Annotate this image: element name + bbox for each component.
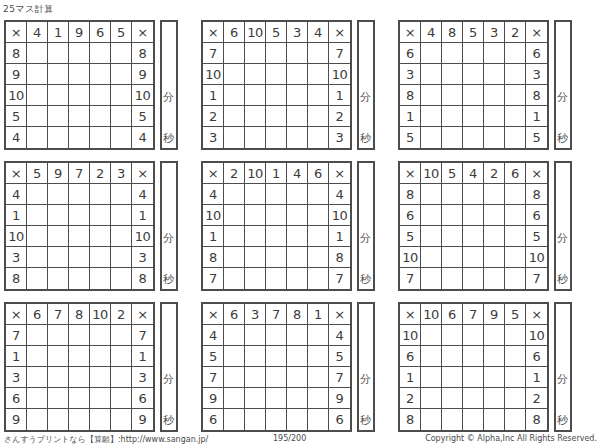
answer-cell[interactable]	[421, 268, 442, 289]
answer-cell[interactable]	[69, 127, 90, 148]
answer-cell[interactable]	[505, 346, 526, 367]
col-header-cell: 4	[421, 22, 442, 43]
answer-cell[interactable]	[27, 43, 48, 64]
answer-cell[interactable]	[505, 325, 526, 346]
answer-cell[interactable]	[111, 43, 132, 64]
answer-cell[interactable]	[90, 226, 111, 247]
col-header-cell: 7	[48, 304, 69, 325]
answer-cell[interactable]	[421, 346, 442, 367]
page-title: 25マス計算	[0, 0, 600, 20]
answer-cell[interactable]	[90, 85, 111, 106]
answer-cell[interactable]	[442, 409, 463, 430]
answer-cell[interactable]	[308, 388, 329, 409]
answer-cell[interactable]	[287, 346, 308, 367]
answer-cell[interactable]	[484, 388, 505, 409]
answer-cell[interactable]	[287, 64, 308, 85]
answer-cell[interactable]	[111, 127, 132, 148]
row-header-repeat-cell: 7	[329, 268, 350, 289]
answer-cell[interactable]	[287, 325, 308, 346]
answer-cell[interactable]	[505, 409, 526, 430]
row-header-repeat-cell: 9	[329, 388, 350, 409]
answer-cell[interactable]	[287, 205, 308, 226]
answer-cell[interactable]	[463, 43, 484, 64]
drill-block: ×41965×889910105544 分 秒	[4, 20, 178, 150]
answer-cell[interactable]	[27, 388, 48, 409]
answer-cell[interactable]	[48, 106, 69, 127]
answer-cell[interactable]	[308, 184, 329, 205]
answer-cell[interactable]	[463, 388, 484, 409]
row-header-repeat-cell: 1	[329, 85, 350, 106]
row-header-repeat-cell: 2	[526, 388, 547, 409]
footer-site-credit: さんすうプリントなら【算願】:http://www.sangan.jp/	[4, 434, 208, 445]
row-header-repeat-cell: 9	[132, 409, 153, 430]
answer-cell[interactable]	[69, 64, 90, 85]
row-header-repeat-cell: 6	[526, 346, 547, 367]
answer-cell[interactable]	[308, 226, 329, 247]
answer-cell[interactable]	[442, 247, 463, 268]
answer-cell[interactable]	[266, 409, 287, 430]
operator-cell: ×	[400, 304, 421, 325]
answer-cell[interactable]	[111, 268, 132, 289]
answer-cell[interactable]	[27, 409, 48, 430]
drill-block: ×610534×771010112233 分 秒	[201, 20, 375, 150]
answer-cell[interactable]	[111, 64, 132, 85]
drill-block: ×48532×6633881155 分 秒	[398, 20, 572, 150]
answer-cell[interactable]	[266, 346, 287, 367]
answer-cell[interactable]	[224, 226, 245, 247]
col-header-cell: 10	[245, 163, 266, 184]
answer-cell[interactable]	[484, 85, 505, 106]
answer-cell[interactable]	[27, 346, 48, 367]
answer-cell[interactable]	[442, 106, 463, 127]
answer-cell[interactable]	[484, 346, 505, 367]
col-header-cell: 4	[308, 22, 329, 43]
answer-cell[interactable]	[505, 106, 526, 127]
answer-cell[interactable]	[421, 85, 442, 106]
answer-cell[interactable]	[505, 64, 526, 85]
answer-cell[interactable]	[308, 106, 329, 127]
time-box[interactable]: 分 秒	[160, 161, 178, 291]
answer-cell[interactable]	[224, 106, 245, 127]
answer-cell[interactable]	[266, 184, 287, 205]
answer-cell[interactable]	[484, 409, 505, 430]
answer-cell[interactable]	[463, 346, 484, 367]
answer-cell[interactable]	[48, 346, 69, 367]
answer-cell[interactable]	[111, 205, 132, 226]
answer-cell[interactable]	[308, 409, 329, 430]
answer-cell[interactable]	[90, 43, 111, 64]
answer-cell[interactable]	[442, 367, 463, 388]
answer-cell[interactable]	[421, 43, 442, 64]
answer-cell[interactable]	[266, 43, 287, 64]
answer-cell[interactable]	[421, 247, 442, 268]
answer-cell[interactable]	[245, 388, 266, 409]
answer-cell[interactable]	[245, 127, 266, 148]
answer-cell[interactable]	[48, 85, 69, 106]
answer-cell[interactable]	[308, 367, 329, 388]
row-header-repeat-cell: 3	[132, 367, 153, 388]
answer-cell[interactable]	[224, 43, 245, 64]
answer-cell[interactable]	[27, 184, 48, 205]
answer-cell[interactable]	[505, 367, 526, 388]
row-header-cell: 1	[203, 85, 224, 106]
answer-cell[interactable]	[463, 367, 484, 388]
time-box[interactable]: 分 秒	[160, 302, 178, 432]
answer-cell[interactable]	[224, 205, 245, 226]
answer-cell[interactable]	[287, 247, 308, 268]
answer-cell[interactable]	[27, 247, 48, 268]
page-footer: さんすうプリントなら【算願】:http://www.sangan.jp/ 195…	[0, 434, 600, 445]
answer-cell[interactable]	[484, 184, 505, 205]
answer-cell[interactable]	[287, 268, 308, 289]
answer-cell[interactable]	[224, 346, 245, 367]
answer-cell[interactable]	[224, 409, 245, 430]
answer-cell[interactable]	[505, 268, 526, 289]
seconds-label: 秒	[163, 131, 174, 146]
seconds-label: 秒	[557, 131, 568, 146]
answer-cell[interactable]	[48, 388, 69, 409]
answer-cell[interactable]	[27, 226, 48, 247]
answer-cell[interactable]	[27, 127, 48, 148]
row-header-cell: 7	[6, 325, 27, 346]
answer-cell[interactable]	[69, 205, 90, 226]
row-header-repeat-cell: 10	[526, 247, 547, 268]
multiplication-grid: ×106795×101066112288	[398, 302, 549, 432]
answer-cell[interactable]	[287, 367, 308, 388]
row-header-cell: 2	[203, 106, 224, 127]
answer-cell[interactable]	[224, 268, 245, 289]
answer-cell[interactable]	[308, 325, 329, 346]
answer-cell[interactable]	[48, 226, 69, 247]
answer-cell[interactable]	[484, 106, 505, 127]
answer-cell[interactable]	[245, 346, 266, 367]
answer-cell[interactable]	[224, 184, 245, 205]
answer-cell[interactable]	[27, 106, 48, 127]
col-header-cell: 5	[111, 22, 132, 43]
answer-cell[interactable]	[90, 346, 111, 367]
row-header-cell: 8	[400, 409, 421, 430]
row-header-cell: 4	[6, 127, 27, 148]
multiplication-grid: ×48532×6633881155	[398, 20, 549, 150]
row-header-repeat-cell: 7	[132, 325, 153, 346]
answer-cell[interactable]	[266, 205, 287, 226]
answer-cell[interactable]	[48, 367, 69, 388]
answer-cell[interactable]	[245, 268, 266, 289]
answer-cell[interactable]	[48, 127, 69, 148]
row-header-cell: 6	[203, 409, 224, 430]
answer-cell[interactable]	[484, 205, 505, 226]
answer-cell[interactable]	[442, 346, 463, 367]
col-header-cell: 3	[484, 22, 505, 43]
operator-cell: ×	[132, 22, 153, 43]
row-header-repeat-cell: 7	[526, 268, 547, 289]
row-header-cell: 4	[203, 184, 224, 205]
answer-cell[interactable]	[111, 346, 132, 367]
answer-cell[interactable]	[505, 127, 526, 148]
answer-cell[interactable]	[111, 409, 132, 430]
answer-cell[interactable]	[27, 367, 48, 388]
answer-cell[interactable]	[287, 106, 308, 127]
answer-cell[interactable]	[442, 184, 463, 205]
answer-cell[interactable]	[90, 127, 111, 148]
answer-cell[interactable]	[484, 247, 505, 268]
answer-cell[interactable]	[484, 127, 505, 148]
answer-cell[interactable]	[90, 268, 111, 289]
answer-cell[interactable]	[266, 85, 287, 106]
answer-cell[interactable]	[90, 409, 111, 430]
answer-cell[interactable]	[48, 268, 69, 289]
answer-cell[interactable]	[287, 43, 308, 64]
answer-cell[interactable]	[463, 127, 484, 148]
answer-cell[interactable]	[224, 85, 245, 106]
row-header-repeat-cell: 10	[526, 325, 547, 346]
row-header-repeat-cell: 1	[132, 205, 153, 226]
time-box[interactable]: 分 秒	[357, 20, 375, 150]
answer-cell[interactable]	[111, 85, 132, 106]
answer-cell[interactable]	[505, 85, 526, 106]
answer-cell[interactable]	[111, 325, 132, 346]
answer-cell[interactable]	[245, 85, 266, 106]
answer-cell[interactable]	[308, 205, 329, 226]
col-header-cell: 4	[27, 22, 48, 43]
answer-cell[interactable]	[421, 367, 442, 388]
drill-block: ×105426×886655101077 分 秒	[398, 161, 572, 291]
time-box[interactable]: 分 秒	[160, 20, 178, 150]
answer-cell[interactable]	[90, 64, 111, 85]
answer-cell[interactable]	[308, 64, 329, 85]
answer-cell[interactable]	[245, 325, 266, 346]
answer-cell[interactable]	[421, 184, 442, 205]
answer-cell[interactable]	[90, 325, 111, 346]
answer-cell[interactable]	[287, 388, 308, 409]
answer-cell[interactable]	[442, 325, 463, 346]
answer-cell[interactable]	[48, 184, 69, 205]
answer-cell[interactable]	[484, 226, 505, 247]
answer-cell[interactable]	[111, 184, 132, 205]
row-header-repeat-cell: 8	[132, 43, 153, 64]
answer-cell[interactable]	[266, 268, 287, 289]
answer-cell[interactable]	[245, 247, 266, 268]
answer-cell[interactable]	[308, 346, 329, 367]
answer-cell[interactable]	[111, 388, 132, 409]
answer-cell[interactable]	[69, 247, 90, 268]
answer-cell[interactable]	[505, 43, 526, 64]
answer-cell[interactable]	[111, 367, 132, 388]
answer-cell[interactable]	[48, 409, 69, 430]
answer-cell[interactable]	[111, 247, 132, 268]
answer-cell[interactable]	[27, 325, 48, 346]
answer-cell[interactable]	[90, 106, 111, 127]
answer-cell[interactable]	[421, 226, 442, 247]
answer-cell[interactable]	[484, 325, 505, 346]
answer-cell[interactable]	[69, 409, 90, 430]
drill-block: ×210146×441010118877 分 秒	[201, 161, 375, 291]
answer-cell[interactable]	[442, 64, 463, 85]
answer-cell[interactable]	[463, 268, 484, 289]
answer-cell[interactable]	[287, 226, 308, 247]
row-header-cell: 3	[6, 247, 27, 268]
answer-cell[interactable]	[27, 85, 48, 106]
answer-cell[interactable]	[308, 247, 329, 268]
row-header-cell: 3	[203, 127, 224, 148]
answer-cell[interactable]	[463, 106, 484, 127]
answer-cell[interactable]	[69, 367, 90, 388]
answer-cell[interactable]	[90, 247, 111, 268]
drill-block: ×106795×101066112288 分 秒	[398, 302, 572, 432]
answer-cell[interactable]	[442, 226, 463, 247]
answer-cell[interactable]	[224, 367, 245, 388]
answer-cell[interactable]	[245, 43, 266, 64]
answer-cell[interactable]	[505, 205, 526, 226]
answer-cell[interactable]	[421, 325, 442, 346]
answer-cell[interactable]	[48, 205, 69, 226]
answer-cell[interactable]	[484, 64, 505, 85]
answer-cell[interactable]	[442, 268, 463, 289]
answer-cell[interactable]	[266, 127, 287, 148]
operator-cell: ×	[400, 163, 421, 184]
answer-cell[interactable]	[69, 43, 90, 64]
row-header-cell: 10	[6, 85, 27, 106]
answer-cell[interactable]	[421, 205, 442, 226]
col-header-cell: 1	[266, 163, 287, 184]
answer-cell[interactable]	[463, 325, 484, 346]
row-header-cell: 10	[6, 226, 27, 247]
answer-cell[interactable]	[69, 388, 90, 409]
col-header-cell: 10	[421, 163, 442, 184]
answer-cell[interactable]	[245, 205, 266, 226]
answer-cell[interactable]	[48, 325, 69, 346]
answer-cell[interactable]	[421, 127, 442, 148]
answer-cell[interactable]	[224, 247, 245, 268]
col-header-cell: 6	[27, 304, 48, 325]
answer-cell[interactable]	[69, 346, 90, 367]
answer-cell[interactable]	[245, 184, 266, 205]
answer-cell[interactable]	[224, 325, 245, 346]
answer-cell[interactable]	[111, 106, 132, 127]
minutes-label: 分	[557, 90, 568, 105]
seconds-label: 秒	[557, 413, 568, 428]
time-box[interactable]: 分 秒	[554, 161, 572, 291]
time-box[interactable]: 分 秒	[554, 20, 572, 150]
answer-cell[interactable]	[69, 85, 90, 106]
row-header-cell: 1	[400, 367, 421, 388]
answer-cell[interactable]	[421, 106, 442, 127]
time-box[interactable]: 分 秒	[357, 161, 375, 291]
col-header-cell: 3	[111, 163, 132, 184]
answer-cell[interactable]	[48, 43, 69, 64]
answer-cell[interactable]	[505, 184, 526, 205]
answer-cell[interactable]	[69, 226, 90, 247]
answer-cell[interactable]	[245, 226, 266, 247]
answer-cell[interactable]	[442, 127, 463, 148]
answer-cell[interactable]	[90, 205, 111, 226]
answer-cell[interactable]	[266, 367, 287, 388]
answer-cell[interactable]	[27, 205, 48, 226]
answer-cell[interactable]	[90, 367, 111, 388]
answer-cell[interactable]	[224, 388, 245, 409]
answer-cell[interactable]	[224, 64, 245, 85]
row-header-repeat-cell: 8	[526, 184, 547, 205]
answer-cell[interactable]	[421, 409, 442, 430]
col-header-cell: 9	[69, 22, 90, 43]
answer-cell[interactable]	[463, 184, 484, 205]
answer-cell[interactable]	[245, 367, 266, 388]
answer-cell[interactable]	[421, 388, 442, 409]
answer-cell[interactable]	[484, 43, 505, 64]
answer-cell[interactable]	[27, 268, 48, 289]
answer-cell[interactable]	[27, 64, 48, 85]
answer-cell[interactable]	[442, 85, 463, 106]
answer-cell[interactable]	[308, 268, 329, 289]
time-box[interactable]: 分 秒	[554, 302, 572, 432]
answer-cell[interactable]	[287, 409, 308, 430]
answer-cell[interactable]	[266, 106, 287, 127]
answer-cell[interactable]	[505, 388, 526, 409]
row-header-repeat-cell: 8	[526, 409, 547, 430]
answer-cell[interactable]	[308, 85, 329, 106]
answer-cell[interactable]	[245, 64, 266, 85]
answer-cell[interactable]	[287, 127, 308, 148]
answer-cell[interactable]	[463, 247, 484, 268]
footer-copyright: Copyright © Alpha,Inc All Rights Reserve…	[425, 434, 597, 443]
answer-cell[interactable]	[266, 388, 287, 409]
answer-cell[interactable]	[442, 205, 463, 226]
minutes-label: 分	[360, 231, 371, 246]
answer-cell[interactable]	[505, 247, 526, 268]
answer-cell[interactable]	[484, 367, 505, 388]
answer-cell[interactable]	[266, 247, 287, 268]
row-header-repeat-cell: 1	[526, 367, 547, 388]
answer-cell[interactable]	[69, 325, 90, 346]
answer-cell[interactable]	[308, 127, 329, 148]
answer-cell[interactable]	[90, 184, 111, 205]
answer-cell[interactable]	[69, 106, 90, 127]
col-header-cell: 2	[90, 163, 111, 184]
answer-cell[interactable]	[463, 205, 484, 226]
operator-cell: ×	[132, 304, 153, 325]
answer-cell[interactable]	[245, 409, 266, 430]
answer-cell[interactable]	[48, 247, 69, 268]
time-box[interactable]: 分 秒	[357, 302, 375, 432]
answer-cell[interactable]	[245, 106, 266, 127]
answer-cell[interactable]	[442, 43, 463, 64]
answer-cell[interactable]	[463, 409, 484, 430]
answer-cell[interactable]	[484, 268, 505, 289]
answer-cell[interactable]	[69, 184, 90, 205]
answer-cell[interactable]	[287, 85, 308, 106]
answer-cell[interactable]	[505, 226, 526, 247]
answer-cell[interactable]	[308, 43, 329, 64]
answer-cell[interactable]	[421, 64, 442, 85]
answer-cell[interactable]	[111, 226, 132, 247]
answer-cell[interactable]	[90, 388, 111, 409]
answer-cell[interactable]	[266, 226, 287, 247]
row-header-repeat-cell: 5	[526, 127, 547, 148]
operator-cell: ×	[329, 163, 350, 184]
answer-cell[interactable]	[266, 64, 287, 85]
answer-cell[interactable]	[463, 85, 484, 106]
answer-cell[interactable]	[69, 268, 90, 289]
answer-cell[interactable]	[463, 226, 484, 247]
multiplication-grid: ×63781×4455779966	[201, 302, 352, 432]
answer-cell[interactable]	[48, 64, 69, 85]
answer-cell[interactable]	[224, 127, 245, 148]
answer-cell[interactable]	[266, 325, 287, 346]
row-header-cell: 7	[400, 268, 421, 289]
answer-cell[interactable]	[463, 64, 484, 85]
answer-cell[interactable]	[287, 184, 308, 205]
answer-cell[interactable]	[442, 388, 463, 409]
